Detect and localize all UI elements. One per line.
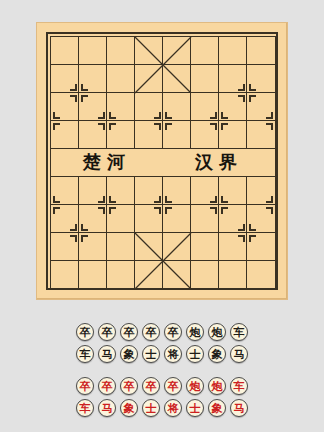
board-cell[interactable] xyxy=(135,261,163,289)
board-cell[interactable] xyxy=(51,121,79,149)
board-cell[interactable] xyxy=(79,233,107,261)
black-piece[interactable]: 将 xyxy=(164,345,182,363)
red-tray-row: 卒卒卒卒卒炮炮车 xyxy=(76,377,248,395)
board-cell[interactable] xyxy=(247,37,275,65)
board-cell[interactable] xyxy=(79,121,107,149)
board-cell[interactable] xyxy=(79,205,107,233)
black-piece[interactable]: 车 xyxy=(76,345,94,363)
xiangqi-board: 楚河 汉界 xyxy=(36,22,288,300)
river-label-left: 楚河 xyxy=(83,149,131,177)
black-piece[interactable]: 炮 xyxy=(186,323,204,341)
black-tray-row: 卒卒卒卒卒炮炮车 xyxy=(76,323,248,341)
board-cell[interactable] xyxy=(107,37,135,65)
black-piece[interactable]: 士 xyxy=(186,345,204,363)
board-cell[interactable] xyxy=(219,233,247,261)
board-cell[interactable] xyxy=(219,177,247,205)
red-piece[interactable]: 将 xyxy=(164,399,182,417)
black-piece[interactable]: 士 xyxy=(142,345,160,363)
black-piece[interactable]: 车 xyxy=(230,323,248,341)
board-cell[interactable] xyxy=(247,205,275,233)
board-cell[interactable] xyxy=(247,65,275,93)
board-cell[interactable] xyxy=(219,37,247,65)
board-cell[interactable] xyxy=(163,93,191,121)
board-cell[interactable] xyxy=(163,65,191,93)
board-cell[interactable] xyxy=(163,205,191,233)
board-cell[interactable] xyxy=(79,65,107,93)
black-piece[interactable]: 炮 xyxy=(208,323,226,341)
black-piece[interactable]: 马 xyxy=(98,345,116,363)
board-cell[interactable] xyxy=(135,37,163,65)
board-cell[interactable] xyxy=(219,93,247,121)
board-cell[interactable] xyxy=(191,177,219,205)
red-piece[interactable]: 士 xyxy=(142,399,160,417)
board-cell[interactable] xyxy=(107,233,135,261)
board-cell[interactable] xyxy=(163,37,191,65)
board-cell[interactable] xyxy=(107,177,135,205)
board-cell[interactable] xyxy=(107,93,135,121)
red-piece[interactable]: 炮 xyxy=(186,377,204,395)
black-piece[interactable]: 象 xyxy=(208,345,226,363)
board-cell[interactable] xyxy=(219,65,247,93)
board-cell[interactable] xyxy=(191,121,219,149)
board-cell[interactable] xyxy=(191,65,219,93)
board-cell[interactable] xyxy=(219,261,247,289)
board-cell[interactable] xyxy=(51,261,79,289)
board-cell[interactable] xyxy=(191,233,219,261)
board-cell[interactable] xyxy=(191,93,219,121)
board-cell[interactable] xyxy=(51,205,79,233)
black-tray-row: 车马象士将士象马 xyxy=(76,345,248,363)
red-piece[interactable]: 卒 xyxy=(76,377,94,395)
black-piece[interactable]: 卒 xyxy=(142,323,160,341)
board-cell[interactable] xyxy=(191,37,219,65)
board-cell[interactable] xyxy=(135,233,163,261)
board-cell[interactable] xyxy=(163,261,191,289)
board-cell[interactable] xyxy=(51,93,79,121)
black-piece[interactable]: 马 xyxy=(230,345,248,363)
board-cell[interactable] xyxy=(191,261,219,289)
board-cell[interactable] xyxy=(135,65,163,93)
xiangqi-clipart: 楚河 汉界 卒卒卒卒卒炮炮车车马象士将士象马卒卒卒卒卒炮炮车车马象士将士象马 xyxy=(0,0,324,432)
board-cell[interactable] xyxy=(135,205,163,233)
board-cell[interactable] xyxy=(79,177,107,205)
piece-trays: 卒卒卒卒卒炮炮车车马象士将士象马卒卒卒卒卒炮炮车车马象士将士象马 xyxy=(0,323,324,421)
board-cell[interactable] xyxy=(51,233,79,261)
red-piece[interactable]: 马 xyxy=(230,399,248,417)
black-piece[interactable]: 卒 xyxy=(120,323,138,341)
board-cell[interactable] xyxy=(79,93,107,121)
red-piece[interactable]: 卒 xyxy=(120,377,138,395)
board-cell[interactable] xyxy=(79,37,107,65)
board-cell[interactable] xyxy=(51,177,79,205)
red-piece[interactable]: 卒 xyxy=(164,377,182,395)
board-cell[interactable] xyxy=(247,233,275,261)
board-cell[interactable] xyxy=(247,93,275,121)
board-cell[interactable] xyxy=(163,121,191,149)
board-cell[interactable] xyxy=(163,177,191,205)
black-piece[interactable]: 卒 xyxy=(164,323,182,341)
board-cell[interactable] xyxy=(135,121,163,149)
black-piece[interactable]: 卒 xyxy=(98,323,116,341)
red-piece[interactable]: 卒 xyxy=(98,377,116,395)
board-cell[interactable] xyxy=(51,65,79,93)
red-piece[interactable]: 士 xyxy=(186,399,204,417)
red-piece[interactable]: 马 xyxy=(98,399,116,417)
red-piece[interactable]: 炮 xyxy=(208,377,226,395)
red-tray-row: 车马象士将士象马 xyxy=(76,399,248,417)
river-label-right: 汉界 xyxy=(195,149,243,177)
black-piece[interactable]: 卒 xyxy=(76,323,94,341)
river-band: 楚河 汉界 xyxy=(51,149,275,177)
board-cell[interactable] xyxy=(247,177,275,205)
board-cell[interactable] xyxy=(135,93,163,121)
red-piece[interactable]: 卒 xyxy=(142,377,160,395)
board-cell[interactable] xyxy=(107,121,135,149)
board-cell[interactable] xyxy=(219,121,247,149)
board-cell[interactable] xyxy=(247,261,275,289)
board-cell[interactable] xyxy=(247,121,275,149)
red-piece[interactable]: 象 xyxy=(120,399,138,417)
red-piece[interactable]: 象 xyxy=(208,399,226,417)
board-cell[interactable] xyxy=(107,261,135,289)
board-cell[interactable] xyxy=(107,65,135,93)
black-piece[interactable]: 象 xyxy=(120,345,138,363)
board-cell[interactable] xyxy=(219,205,247,233)
board-cell[interactable] xyxy=(163,233,191,261)
board-cell[interactable] xyxy=(135,177,163,205)
board-cell[interactable] xyxy=(79,261,107,289)
red-piece[interactable]: 车 xyxy=(230,377,248,395)
red-piece[interactable]: 车 xyxy=(76,399,94,417)
board-cell[interactable] xyxy=(191,205,219,233)
board-cell[interactable] xyxy=(107,205,135,233)
board-cell[interactable] xyxy=(51,37,79,65)
